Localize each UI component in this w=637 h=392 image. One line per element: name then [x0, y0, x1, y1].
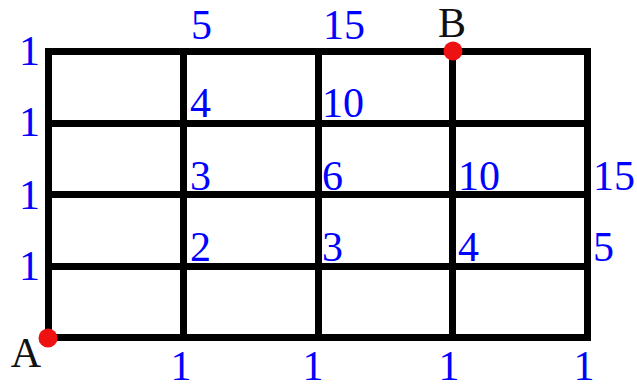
- path-count-label-5-c1r0: 5: [191, 4, 212, 46]
- point-b-marker: [444, 42, 463, 61]
- point-label-a-c0r4: A: [11, 332, 41, 374]
- grid-cell: [322, 270, 450, 335]
- path-count-label-1-c3r4: 1: [439, 345, 460, 387]
- path-count-label-3-c2r3: 3: [322, 226, 343, 268]
- path-count-label-15-c2r0: 15: [323, 4, 365, 46]
- path-count-label-1-c0r2: 1: [19, 174, 40, 216]
- path-count-label-4-c1r1: 4: [190, 82, 211, 124]
- path-count-label-1-c0r1: 1: [19, 101, 40, 143]
- path-count-label-1-c2r4: 1: [303, 345, 324, 387]
- lattice-path-diagram: 1111515B41036101523451111A: [0, 0, 637, 392]
- grid-cell: [52, 270, 180, 335]
- grid-cell: [52, 198, 180, 263]
- path-count-label-6-c2r2: 6: [322, 155, 343, 197]
- path-count-label-1-c1r4: 1: [171, 345, 192, 387]
- lattice-grid: [45, 48, 591, 341]
- grid-cell: [456, 270, 584, 335]
- point-a-marker: [39, 329, 58, 348]
- grid-cell: [52, 55, 180, 120]
- path-count-label-2-c1r3: 2: [190, 226, 211, 268]
- path-count-label-1-c0r3: 1: [19, 245, 40, 287]
- path-count-label-1-c0r0: 1: [19, 30, 40, 72]
- grid-cell: [456, 55, 584, 120]
- path-count-label-15-c4r2: 15: [593, 155, 635, 197]
- path-count-label-4-c3r3: 4: [458, 226, 479, 268]
- path-count-label-10-c2r1: 10: [322, 82, 364, 124]
- path-count-label-5-c4r3: 5: [593, 226, 614, 268]
- grid-cell: [52, 127, 180, 192]
- path-count-label-3-c1r2: 3: [190, 155, 211, 197]
- path-count-label-10-c3r2: 10: [458, 155, 500, 197]
- point-label-b-c3r0: B: [438, 2, 466, 44]
- path-count-label-1-c4r4: 1: [574, 345, 595, 387]
- grid-cell: [187, 270, 315, 335]
